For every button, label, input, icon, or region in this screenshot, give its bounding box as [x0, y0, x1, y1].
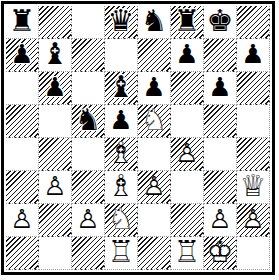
square-c3 [72, 171, 105, 204]
square-b7: ♝ [39, 39, 72, 72]
square-g7 [204, 39, 237, 72]
square-a1 [6, 237, 39, 270]
square-g1: ♚♔ [204, 237, 237, 270]
black-king-g8: ♚ [204, 6, 236, 38]
square-g3 [204, 171, 237, 204]
square-b4 [39, 138, 72, 171]
square-c2: ♟♙ [72, 204, 105, 237]
square-b3: ♟♙ [39, 171, 72, 204]
black-knight-c5: ♞ [72, 105, 104, 137]
square-e1 [138, 237, 171, 270]
black-pawn-h7: ♟ [237, 39, 269, 71]
square-f6 [171, 72, 204, 105]
square-f3 [171, 171, 204, 204]
white-bishop-d3: ♝♗ [105, 171, 137, 203]
square-d7 [105, 39, 138, 72]
chess-diagram-frame: ♜♛♞♜♚♟♝♟♟♟♝♟♟♞♟♞♘♝♗♟♙♟♙♝♗♟♙♛♕♟♙♟♙♞♘♟♙♟♙♜… [1, 1, 275, 275]
black-pawn-a7: ♟ [6, 39, 38, 71]
square-d8: ♛ [105, 6, 138, 39]
black-rook-a8: ♜ [6, 6, 38, 38]
square-h2: ♟♙ [237, 204, 270, 237]
square-f8: ♜ [171, 6, 204, 39]
square-h1 [237, 237, 270, 270]
square-h8 [237, 6, 270, 39]
square-f7: ♟ [171, 39, 204, 72]
square-c4 [72, 138, 105, 171]
square-d1: ♜♖ [105, 237, 138, 270]
white-pawn-c2: ♟♙ [72, 204, 104, 236]
square-h7: ♟ [237, 39, 270, 72]
black-pawn-d5: ♟ [105, 105, 137, 137]
square-e6: ♟ [138, 72, 171, 105]
white-pawn-a2: ♟♙ [6, 204, 38, 236]
square-h4 [237, 138, 270, 171]
white-pawn-e3: ♟♙ [138, 171, 170, 203]
square-c1 [72, 237, 105, 270]
square-a5 [6, 105, 39, 138]
square-b2 [39, 204, 72, 237]
square-e3: ♟♙ [138, 171, 171, 204]
white-pawn-b3: ♟♙ [39, 171, 71, 203]
square-c7 [72, 39, 105, 72]
black-queen-d8: ♛ [105, 6, 137, 38]
white-pawn-g2: ♟♙ [204, 204, 236, 236]
square-a3 [6, 171, 39, 204]
white-king-g1: ♚♔ [204, 237, 236, 269]
square-e5: ♞♘ [138, 105, 171, 138]
square-b5 [39, 105, 72, 138]
square-d5: ♟ [105, 105, 138, 138]
black-pawn-f7: ♟ [171, 39, 203, 71]
square-g8: ♚ [204, 6, 237, 39]
black-knight-e8: ♞ [138, 6, 170, 38]
square-f2 [171, 204, 204, 237]
square-b8 [39, 6, 72, 39]
square-g4 [204, 138, 237, 171]
square-e2 [138, 204, 171, 237]
square-g6: ♟ [204, 72, 237, 105]
square-h5 [237, 105, 270, 138]
square-h6 [237, 72, 270, 105]
square-a2: ♟♙ [6, 204, 39, 237]
square-d6: ♝ [105, 72, 138, 105]
white-knight-d2: ♞♘ [105, 204, 137, 236]
white-pawn-f4: ♟♙ [171, 138, 203, 170]
black-pawn-e6: ♟ [138, 72, 170, 104]
square-f1: ♜♖ [171, 237, 204, 270]
white-rook-f1: ♜♖ [171, 237, 203, 269]
white-rook-d1: ♜♖ [105, 237, 137, 269]
square-d3: ♝♗ [105, 171, 138, 204]
square-a4 [6, 138, 39, 171]
white-knight-e5: ♞♘ [138, 105, 170, 137]
square-a7: ♟ [6, 39, 39, 72]
black-pawn-g6: ♟ [204, 72, 236, 104]
square-e4 [138, 138, 171, 171]
black-bishop-d6: ♝ [105, 72, 137, 104]
square-d4: ♝♗ [105, 138, 138, 171]
square-f5 [171, 105, 204, 138]
square-e8: ♞ [138, 6, 171, 39]
white-bishop-d4: ♝♗ [105, 138, 137, 170]
square-c8 [72, 6, 105, 39]
square-b6: ♟ [39, 72, 72, 105]
square-b1 [39, 237, 72, 270]
square-d2: ♞♘ [105, 204, 138, 237]
square-a8: ♜ [6, 6, 39, 39]
white-queen-h3: ♛♕ [237, 171, 269, 203]
square-e7 [138, 39, 171, 72]
white-pawn-h2: ♟♙ [237, 204, 269, 236]
square-a6 [6, 72, 39, 105]
black-pawn-b6: ♟ [39, 72, 71, 104]
square-c5: ♞ [72, 105, 105, 138]
chess-board: ♜♛♞♜♚♟♝♟♟♟♝♟♟♞♟♞♘♝♗♟♙♟♙♝♗♟♙♛♕♟♙♟♙♞♘♟♙♟♙♜… [6, 6, 270, 270]
square-c6 [72, 72, 105, 105]
square-g2: ♟♙ [204, 204, 237, 237]
square-g5 [204, 105, 237, 138]
square-f4: ♟♙ [171, 138, 204, 171]
black-rook-f8: ♜ [171, 6, 203, 38]
square-h3: ♛♕ [237, 171, 270, 204]
black-bishop-b7: ♝ [39, 39, 71, 71]
